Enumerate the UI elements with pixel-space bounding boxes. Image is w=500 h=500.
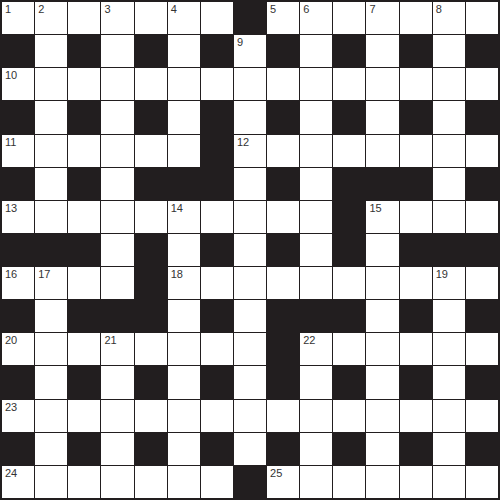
cell-r9-c10-black: [333, 300, 365, 332]
cell-r8-c2-white[interactable]: [68, 267, 100, 299]
cell-r8-c5-white[interactable]: 18: [168, 267, 200, 299]
cell-r10-c6-white[interactable]: [201, 333, 233, 365]
cell-r0-c6-white[interactable]: [201, 2, 233, 34]
clue-number-7: 7: [369, 3, 375, 15]
cell-r11-c9-white[interactable]: [300, 366, 332, 398]
cell-r1-c2-black: [68, 35, 100, 67]
cell-r7-c14-black: [466, 234, 498, 266]
cell-r2-c5-white[interactable]: [168, 68, 200, 100]
cell-r2-c9-white[interactable]: [300, 68, 332, 100]
cell-r7-c12-black: [400, 234, 432, 266]
cell-r12-c3-white[interactable]: [101, 400, 133, 432]
cell-r2-c11-white[interactable]: [366, 68, 398, 100]
cell-r9-c6-black: [201, 300, 233, 332]
clue-number-19: 19: [436, 268, 448, 280]
cell-r11-c8-black: [267, 366, 299, 398]
cell-r1-c4-black: [135, 35, 167, 67]
cell-r6-c10-black: [333, 201, 365, 233]
cell-r12-c7-white[interactable]: [234, 400, 266, 432]
cell-r14-c6-white[interactable]: [201, 466, 233, 498]
clue-number-12: 12: [237, 136, 249, 148]
cell-r6-c7-white[interactable]: [234, 201, 266, 233]
cell-r10-c5-white[interactable]: [168, 333, 200, 365]
cell-r11-c14-black: [466, 366, 498, 398]
cell-r5-c1-white[interactable]: [35, 168, 67, 200]
cell-r9-c5-white[interactable]: [168, 300, 200, 332]
cell-r3-c14-black: [466, 101, 498, 133]
cell-r10-c8-black: [267, 333, 299, 365]
cell-r11-c11-white[interactable]: [366, 366, 398, 398]
cell-r9-c11-white[interactable]: [366, 300, 398, 332]
cell-r5-c5-black: [168, 168, 200, 200]
cell-r14-c2-white[interactable]: [68, 466, 100, 498]
cell-r7-c6-black: [201, 234, 233, 266]
cell-r4-c8-white[interactable]: [267, 135, 299, 167]
cell-r3-c4-black: [135, 101, 167, 133]
cell-r14-c9-white[interactable]: [300, 466, 332, 498]
cell-r6-c12-white[interactable]: [400, 201, 432, 233]
cell-r12-c4-white[interactable]: [135, 400, 167, 432]
cell-r13-c4-black: [135, 433, 167, 465]
cell-r5-c12-black: [400, 168, 432, 200]
cell-r13-c9-white[interactable]: [300, 433, 332, 465]
cell-r2-c6-white[interactable]: [201, 68, 233, 100]
cell-r6-c6-white[interactable]: [201, 201, 233, 233]
clue-number-16: 16: [5, 268, 17, 280]
cell-r7-c8-black: [267, 234, 299, 266]
cell-r12-c12-white[interactable]: [400, 400, 432, 432]
cell-r2-c10-white[interactable]: [333, 68, 365, 100]
cell-r12-c6-white[interactable]: [201, 400, 233, 432]
cell-r5-c6-black: [201, 168, 233, 200]
clue-number-13: 13: [5, 202, 17, 214]
cell-r0-c11-white[interactable]: 7: [366, 2, 398, 34]
cell-r6-c5-white[interactable]: 14: [168, 201, 200, 233]
clue-number-10: 10: [5, 69, 17, 81]
cell-r14-c7-black: [234, 466, 266, 498]
cell-r14-c8-white[interactable]: 25: [267, 466, 299, 498]
cell-r4-c10-white[interactable]: [333, 135, 365, 167]
cell-r6-c14-white[interactable]: [466, 201, 498, 233]
cell-r10-c1-white[interactable]: [35, 333, 67, 365]
cell-r8-c7-white[interactable]: [234, 267, 266, 299]
cell-r5-c3-white[interactable]: [101, 168, 133, 200]
cell-r3-c11-white[interactable]: [366, 101, 398, 133]
cell-r12-c9-white[interactable]: [300, 400, 332, 432]
cell-r3-c7-white[interactable]: [234, 101, 266, 133]
cell-r5-c2-black: [68, 168, 100, 200]
cell-r14-c10-white[interactable]: [333, 466, 365, 498]
cell-r4-c2-white[interactable]: [68, 135, 100, 167]
cell-r10-c14-white[interactable]: [466, 333, 498, 365]
cell-r13-c10-black: [333, 433, 365, 465]
cell-r9-c0-black: [2, 300, 34, 332]
cell-r10-c7-white[interactable]: [234, 333, 266, 365]
cell-r11-c4-black: [135, 366, 167, 398]
cell-r0-c7-black: [234, 2, 266, 34]
clue-number-4: 4: [171, 3, 177, 15]
clue-number-3: 3: [104, 3, 110, 15]
cell-r1-c9-white[interactable]: [300, 35, 332, 67]
cell-r5-c14-black: [466, 168, 498, 200]
cell-r1-c10-black: [333, 35, 365, 67]
cell-r3-c2-black: [68, 101, 100, 133]
cell-r11-c2-black: [68, 366, 100, 398]
cell-r12-c1-white[interactable]: [35, 400, 67, 432]
cell-r3-c0-black: [2, 101, 34, 133]
cell-r11-c0-black: [2, 366, 34, 398]
cell-r0-c2-white[interactable]: [68, 2, 100, 34]
clue-number-22: 22: [303, 334, 315, 346]
cell-r6-c3-white[interactable]: [101, 201, 133, 233]
cell-r13-c11-white[interactable]: [366, 433, 398, 465]
cell-r6-c13-white[interactable]: [433, 201, 465, 233]
cell-r3-c8-black: [267, 101, 299, 133]
cell-r8-c0-white[interactable]: 16: [2, 267, 34, 299]
cell-r14-c14-white[interactable]: [466, 466, 498, 498]
cell-r9-c12-black: [400, 300, 432, 332]
cell-r1-c13-white[interactable]: [433, 35, 465, 67]
cell-r0-c12-white[interactable]: [400, 2, 432, 34]
cell-r1-c0-black: [2, 35, 34, 67]
cell-r9-c8-black: [267, 300, 299, 332]
cell-r8-c4-black: [135, 267, 167, 299]
clue-number-14: 14: [171, 202, 183, 214]
cell-r1-c14-black: [466, 35, 498, 67]
cell-r4-c4-white[interactable]: [135, 135, 167, 167]
clue-number-21: 21: [104, 334, 116, 346]
cell-r12-c14-white[interactable]: [466, 400, 498, 432]
cell-r14-c11-white[interactable]: [366, 466, 398, 498]
cell-r2-c4-white[interactable]: [135, 68, 167, 100]
cell-r2-c2-white[interactable]: [68, 68, 100, 100]
cell-r2-c8-white[interactable]: [267, 68, 299, 100]
cell-r5-c11-black: [366, 168, 398, 200]
cell-r12-c8-white[interactable]: [267, 400, 299, 432]
cell-r1-c8-black: [267, 35, 299, 67]
cell-r11-c3-white[interactable]: [101, 366, 133, 398]
clue-number-6: 6: [303, 3, 309, 15]
cell-r9-c9-black: [300, 300, 332, 332]
clue-number-17: 17: [38, 268, 50, 280]
cell-r13-c7-white[interactable]: [234, 433, 266, 465]
clue-number-20: 20: [5, 334, 17, 346]
cell-r3-c5-white[interactable]: [168, 101, 200, 133]
cell-r13-c5-white[interactable]: [168, 433, 200, 465]
cell-r11-c5-white[interactable]: [168, 366, 200, 398]
cell-r5-c0-black: [2, 168, 34, 200]
cell-r6-c2-white[interactable]: [68, 201, 100, 233]
cell-r14-c1-white[interactable]: [35, 466, 67, 498]
cell-r4-c3-white[interactable]: [101, 135, 133, 167]
cell-r2-c1-white[interactable]: [35, 68, 67, 100]
cell-r7-c0-black: [2, 234, 34, 266]
cell-r12-c13-white[interactable]: [433, 400, 465, 432]
cell-r9-c3-black: [101, 300, 133, 332]
cell-r7-c13-black: [433, 234, 465, 266]
clue-number-18: 18: [171, 268, 183, 280]
cell-r10-c3-white[interactable]: 21: [101, 333, 133, 365]
cell-r7-c10-black: [333, 234, 365, 266]
cell-r1-c7-white[interactable]: 9: [234, 35, 266, 67]
cell-r11-c12-black: [400, 366, 432, 398]
cell-r3-c1-white[interactable]: [35, 101, 67, 133]
cell-r2-c13-white[interactable]: [433, 68, 465, 100]
cell-r11-c6-black: [201, 366, 233, 398]
cell-r14-c12-white[interactable]: [400, 466, 432, 498]
cell-r7-c3-white[interactable]: [101, 234, 133, 266]
cell-r14-c4-white[interactable]: [135, 466, 167, 498]
cell-r6-c1-white[interactable]: [35, 201, 67, 233]
cell-r11-c13-white[interactable]: [433, 366, 465, 398]
cell-r6-c0-white[interactable]: 13: [2, 201, 34, 233]
cell-r8-c13-white[interactable]: 19: [433, 267, 465, 299]
cell-r3-c3-white[interactable]: [101, 101, 133, 133]
cell-r0-c9-white[interactable]: 6: [300, 2, 332, 34]
cell-r8-c3-white[interactable]: [101, 267, 133, 299]
cell-r10-c2-white[interactable]: [68, 333, 100, 365]
clue-number-1: 1: [5, 3, 11, 15]
clue-number-8: 8: [436, 3, 442, 15]
cell-r4-c5-white[interactable]: [168, 135, 200, 167]
cell-r0-c5-white[interactable]: 4: [168, 2, 200, 34]
cell-r9-c7-white[interactable]: [234, 300, 266, 332]
cell-r3-c6-black: [201, 101, 233, 133]
cell-r1-c1-white[interactable]: [35, 35, 67, 67]
cell-r0-c10-white[interactable]: [333, 2, 365, 34]
cell-r9-c4-black: [135, 300, 167, 332]
cell-r4-c1-white[interactable]: [35, 135, 67, 167]
cell-r7-c4-black: [135, 234, 167, 266]
cell-r12-c0-white[interactable]: 23: [2, 400, 34, 432]
cell-r13-c2-black: [68, 433, 100, 465]
cell-r1-c3-white[interactable]: [101, 35, 133, 67]
cell-r14-c5-white[interactable]: [168, 466, 200, 498]
cell-r0-c3-white[interactable]: 3: [101, 2, 133, 34]
crossword-grid: 1234567891011121314151617181920212223242…: [0, 0, 500, 500]
cell-r6-c11-white[interactable]: 15: [366, 201, 398, 233]
cell-r13-c14-black: [466, 433, 498, 465]
cell-r11-c10-black: [333, 366, 365, 398]
cell-r9-c1-white[interactable]: [35, 300, 67, 332]
cell-r8-c11-white[interactable]: [366, 267, 398, 299]
cell-r1-c12-black: [400, 35, 432, 67]
cell-r9-c2-black: [68, 300, 100, 332]
cell-r0-c0-white[interactable]: 1: [2, 2, 34, 34]
cell-r9-c14-black: [466, 300, 498, 332]
cell-r13-c3-white[interactable]: [101, 433, 133, 465]
cell-r2-c3-white[interactable]: [101, 68, 133, 100]
cell-r3-c9-white[interactable]: [300, 101, 332, 133]
cell-r10-c0-white[interactable]: 20: [2, 333, 34, 365]
cell-r5-c10-black: [333, 168, 365, 200]
clue-number-11: 11: [5, 136, 16, 148]
cell-r7-c11-white[interactable]: [366, 234, 398, 266]
cell-r10-c13-white[interactable]: [433, 333, 465, 365]
clue-number-5: 5: [270, 3, 276, 15]
cell-r7-c2-black: [68, 234, 100, 266]
cell-r5-c7-white[interactable]: [234, 168, 266, 200]
cell-r0-c4-white[interactable]: [135, 2, 167, 34]
clue-number-24: 24: [5, 467, 17, 479]
cell-r10-c9-white[interactable]: 22: [300, 333, 332, 365]
clue-number-15: 15: [369, 202, 381, 214]
cell-r7-c5-white[interactable]: [168, 234, 200, 266]
cell-r5-c9-white[interactable]: [300, 168, 332, 200]
cell-r4-c13-white[interactable]: [433, 135, 465, 167]
cell-r8-c14-white[interactable]: [466, 267, 498, 299]
clue-number-2: 2: [38, 3, 44, 15]
cell-r7-c9-white[interactable]: [300, 234, 332, 266]
cell-r13-c6-black: [201, 433, 233, 465]
cell-r5-c4-black: [135, 168, 167, 200]
cell-r2-c14-white[interactable]: [466, 68, 498, 100]
clue-number-25: 25: [270, 467, 282, 479]
cell-r10-c4-white[interactable]: [135, 333, 167, 365]
cell-r4-c6-black: [201, 135, 233, 167]
cell-r13-c0-black: [2, 433, 34, 465]
cell-r8-c9-white[interactable]: [300, 267, 332, 299]
cell-r4-c7-white[interactable]: 12: [234, 135, 266, 167]
cell-r13-c12-black: [400, 433, 432, 465]
cell-r14-c0-white[interactable]: 24: [2, 466, 34, 498]
cell-r3-c12-black: [400, 101, 432, 133]
cell-r0-c8-white[interactable]: 5: [267, 2, 299, 34]
cell-r3-c10-black: [333, 101, 365, 133]
cell-r2-c12-white[interactable]: [400, 68, 432, 100]
cell-r13-c13-white[interactable]: [433, 433, 465, 465]
cell-r14-c3-white[interactable]: [101, 466, 133, 498]
cell-r11-c1-white[interactable]: [35, 366, 67, 398]
cell-r9-c13-white[interactable]: [433, 300, 465, 332]
cell-r4-c9-white[interactable]: [300, 135, 332, 167]
cell-r0-c13-white[interactable]: 8: [433, 2, 465, 34]
cell-r12-c5-white[interactable]: [168, 400, 200, 432]
cell-r0-c1-white[interactable]: 2: [35, 2, 67, 34]
cell-r13-c1-white[interactable]: [35, 433, 67, 465]
cell-r4-c0-white[interactable]: 11: [2, 135, 34, 167]
cell-r10-c10-white[interactable]: [333, 333, 365, 365]
cell-r5-c8-black: [267, 168, 299, 200]
cell-r14-c13-white[interactable]: [433, 466, 465, 498]
cell-r2-c0-white[interactable]: 10: [2, 68, 34, 100]
cell-r2-c7-white[interactable]: [234, 68, 266, 100]
cell-r12-c11-white[interactable]: [366, 400, 398, 432]
cell-r8-c1-white[interactable]: 17: [35, 267, 67, 299]
cell-r0-c14-white[interactable]: [466, 2, 498, 34]
cell-r6-c8-white[interactable]: [267, 201, 299, 233]
cell-r8-c8-white[interactable]: [267, 267, 299, 299]
cell-r8-c6-white[interactable]: [201, 267, 233, 299]
cell-r1-c5-white[interactable]: [168, 35, 200, 67]
cell-r1-c11-white[interactable]: [366, 35, 398, 67]
cell-r4-c14-white[interactable]: [466, 135, 498, 167]
cell-r6-c9-white[interactable]: [300, 201, 332, 233]
cell-r12-c2-white[interactable]: [68, 400, 100, 432]
cell-r13-c8-black: [267, 433, 299, 465]
cell-r5-c13-white[interactable]: [433, 168, 465, 200]
cell-r10-c12-white[interactable]: [400, 333, 432, 365]
clue-number-9: 9: [237, 36, 243, 48]
cell-r7-c1-black: [35, 234, 67, 266]
cell-r12-c10-white[interactable]: [333, 400, 365, 432]
cell-r8-c12-white[interactable]: [400, 267, 432, 299]
cell-r4-c11-white[interactable]: [366, 135, 398, 167]
cell-r10-c11-white[interactable]: [366, 333, 398, 365]
cell-r11-c7-white[interactable]: [234, 366, 266, 398]
cell-r7-c7-white[interactable]: [234, 234, 266, 266]
clue-number-23: 23: [5, 401, 17, 413]
cell-r8-c10-white[interactable]: [333, 267, 365, 299]
cell-r3-c13-white[interactable]: [433, 101, 465, 133]
cell-r6-c4-white[interactable]: [135, 201, 167, 233]
cell-r4-c12-white[interactable]: [400, 135, 432, 167]
cell-r1-c6-black: [201, 35, 233, 67]
